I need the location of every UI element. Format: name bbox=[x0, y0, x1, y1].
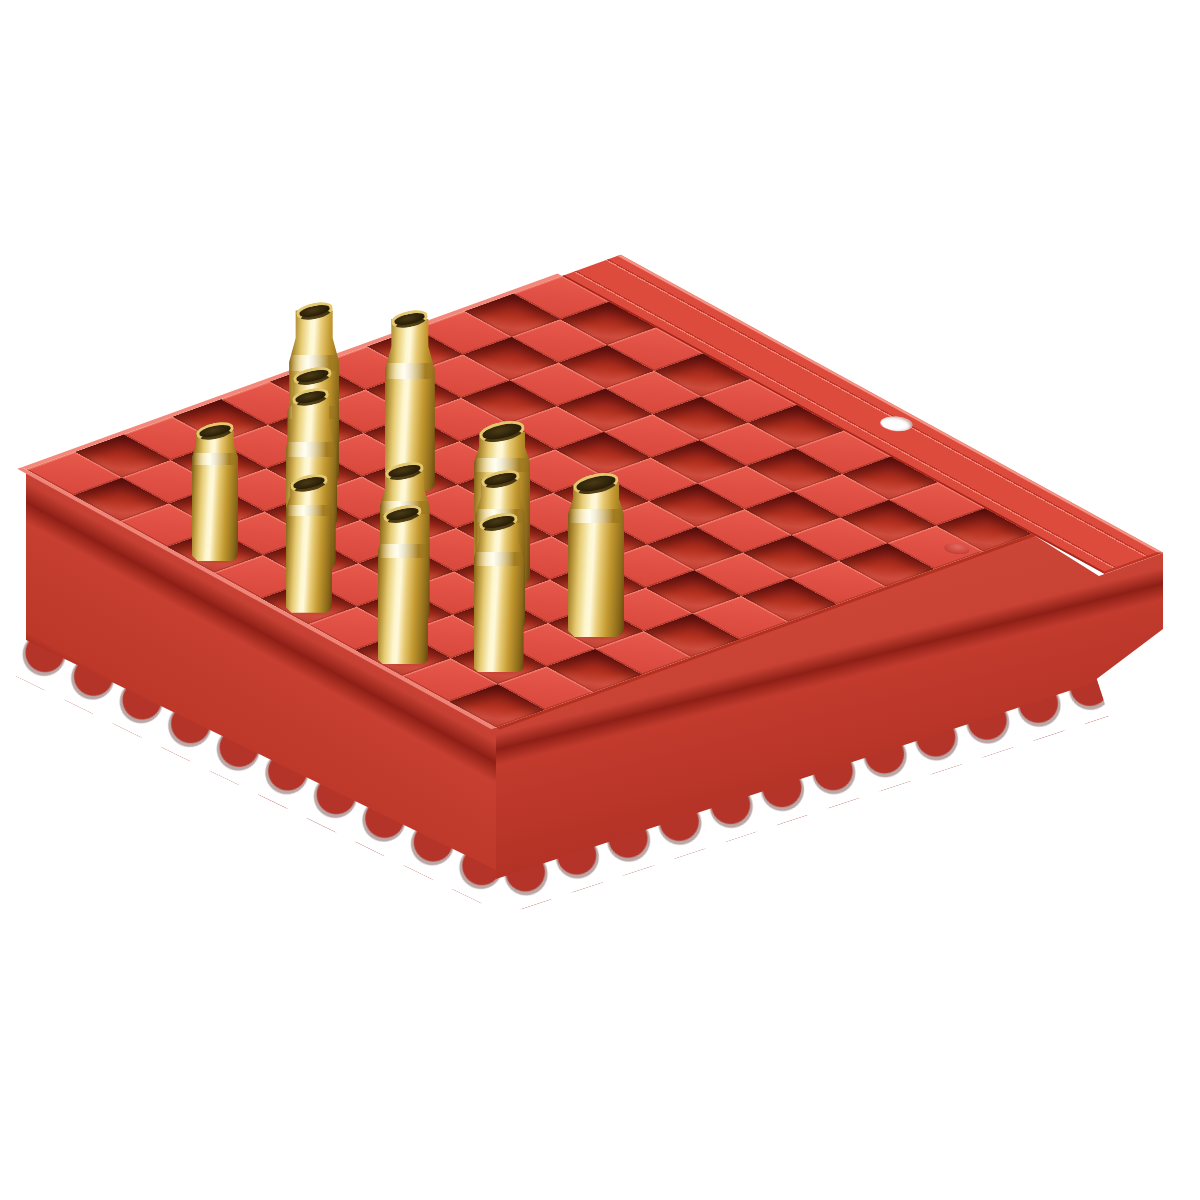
brass-case-case-7[interactable] bbox=[286, 483, 332, 613]
reloading-tray-scene bbox=[0, 0, 1200, 1200]
case-body bbox=[568, 483, 624, 637]
case-shoulder-glint bbox=[379, 544, 427, 558]
brass-case-case-11[interactable] bbox=[378, 514, 428, 664]
brass-case-case-12[interactable] bbox=[474, 522, 524, 672]
case-shoulder-glint bbox=[475, 552, 523, 566]
brass-case-case-10[interactable] bbox=[568, 483, 624, 637]
case-body bbox=[192, 431, 238, 561]
hang-hole bbox=[874, 414, 919, 434]
case-shoulder-glint bbox=[386, 363, 434, 378]
case-shoulder-glint bbox=[569, 509, 623, 523]
case-shoulder-glint bbox=[287, 442, 335, 457]
case-shoulder-glint bbox=[193, 453, 237, 465]
case-body bbox=[474, 522, 524, 672]
brass-case-case-4[interactable] bbox=[192, 431, 238, 561]
case-body bbox=[286, 483, 332, 613]
case-body bbox=[378, 514, 428, 664]
case-shoulder-glint bbox=[287, 505, 331, 517]
